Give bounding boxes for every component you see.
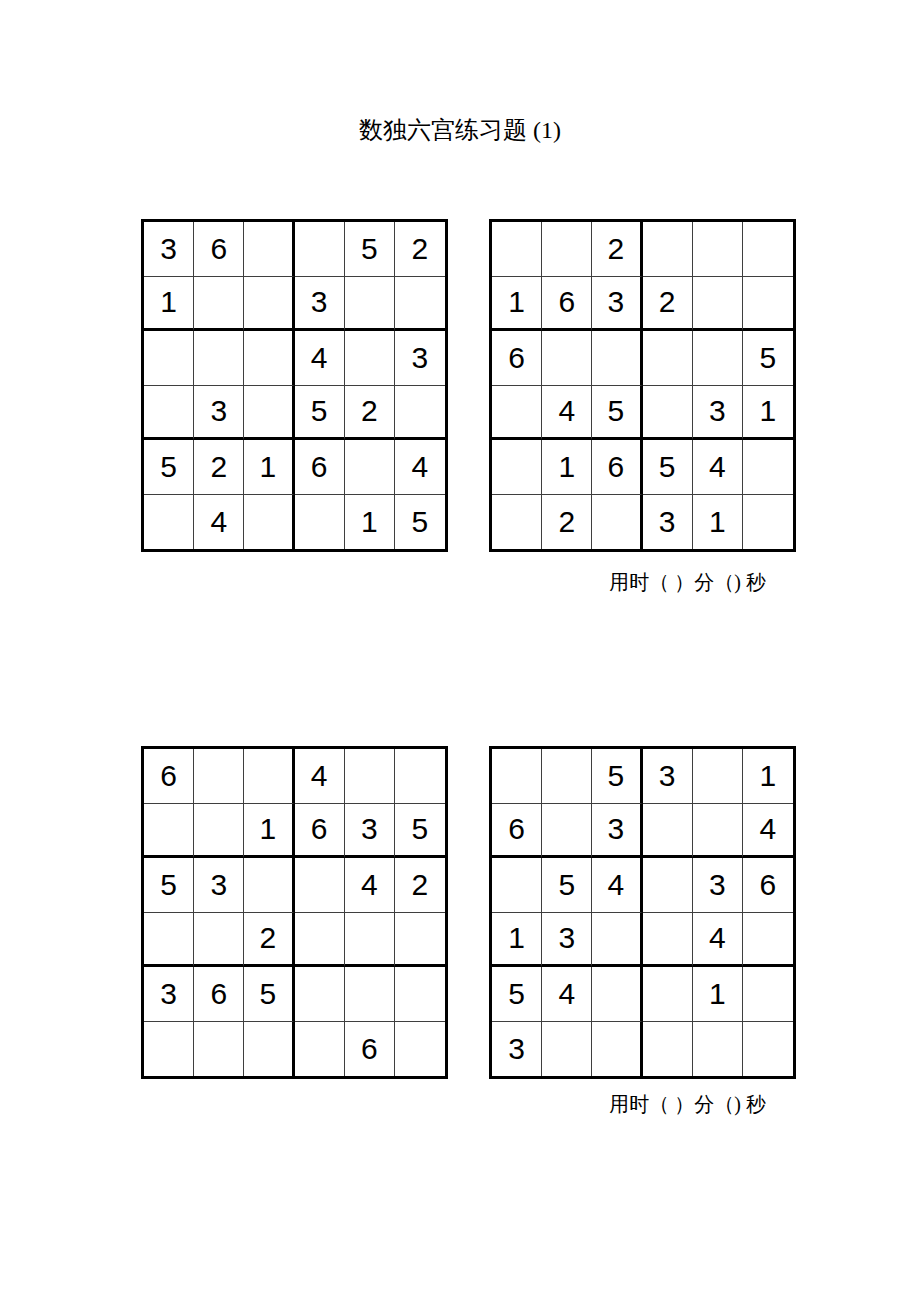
- sudoku-cell-r1c1[interactable]: [492, 749, 542, 804]
- sudoku-cell-r5c1: 3: [144, 967, 194, 1022]
- sudoku-cell-r3c6: 2: [395, 858, 445, 913]
- sudoku-cell-r1c6: 1: [743, 749, 793, 804]
- sudoku-cell-r3c4[interactable]: [295, 858, 345, 913]
- sudoku-cell-r1c5[interactable]: [345, 749, 395, 804]
- sudoku-cell-r4c6: 1: [743, 386, 793, 441]
- sudoku-cell-r2c6: 5: [395, 804, 445, 859]
- sudoku-cell-r5c5[interactable]: [345, 440, 395, 495]
- sudoku-cell-r1c2[interactable]: [542, 222, 592, 277]
- sudoku-cell-r6c1[interactable]: [144, 495, 194, 550]
- sudoku-cell-r1c6: 2: [395, 222, 445, 277]
- sudoku-cell-r4c2: 4: [542, 386, 592, 441]
- sudoku-cell-r3c5: 4: [345, 858, 395, 913]
- sudoku-cell-r1c4[interactable]: [643, 222, 693, 277]
- sudoku-cell-r5c2: 6: [194, 967, 244, 1022]
- sudoku-cell-r1c3[interactable]: [244, 222, 294, 277]
- sudoku-cell-r3c2[interactable]: [542, 331, 592, 386]
- sudoku-cell-r2c5[interactable]: [693, 277, 743, 332]
- sudoku-cell-r1c3[interactable]: [244, 749, 294, 804]
- sudoku-cell-r2c2[interactable]: [542, 804, 592, 859]
- sudoku-cell-r4c6[interactable]: [395, 913, 445, 968]
- sudoku-cell-r3c2: 5: [542, 858, 592, 913]
- sudoku-cell-r2c4: 6: [295, 804, 345, 859]
- sudoku-grid-top-left: 3652134335252164415: [141, 219, 448, 552]
- worksheet-page: 数独六宫练习题 (1) 3652134335252164415 21632654…: [0, 0, 920, 1303]
- sudoku-cell-r6c1[interactable]: [492, 495, 542, 550]
- sudoku-cell-r6c2[interactable]: [194, 1022, 244, 1077]
- sudoku-cell-r4c4[interactable]: [643, 913, 693, 968]
- sudoku-cell-r2c3: 3: [592, 277, 642, 332]
- sudoku-cell-r4c3[interactable]: [244, 386, 294, 441]
- sudoku-cell-r4c3: 5: [592, 386, 642, 441]
- sudoku-cell-r1c4: 4: [295, 749, 345, 804]
- sudoku-cell-r1c6[interactable]: [743, 222, 793, 277]
- sudoku-cell-r4c6[interactable]: [743, 913, 793, 968]
- sudoku-cell-r2c5: 3: [345, 804, 395, 859]
- sudoku-cell-r2c4[interactable]: [643, 804, 693, 859]
- sudoku-cell-r3c6: 5: [743, 331, 793, 386]
- sudoku-cell-r6c5[interactable]: [693, 1022, 743, 1077]
- sudoku-cell-r5c3: 6: [592, 440, 642, 495]
- sudoku-cell-r6c6[interactable]: [743, 495, 793, 550]
- sudoku-cell-r3c1: 5: [144, 858, 194, 913]
- sudoku-cell-r2c4: 3: [295, 277, 345, 332]
- sudoku-cell-r6c4[interactable]: [643, 1022, 693, 1077]
- sudoku-cell-r3c6: 3: [395, 331, 445, 386]
- sudoku-cell-r6c3[interactable]: [244, 495, 294, 550]
- sudoku-cell-r5c6[interactable]: [395, 967, 445, 1022]
- sudoku-cell-r5c6[interactable]: [743, 967, 793, 1022]
- sudoku-cell-r4c5[interactable]: [345, 913, 395, 968]
- sudoku-cell-r1c2[interactable]: [194, 749, 244, 804]
- sudoku-cell-r5c5: 1: [693, 967, 743, 1022]
- sudoku-cell-r4c4[interactable]: [295, 913, 345, 968]
- sudoku-cell-r6c4[interactable]: [295, 495, 345, 550]
- sudoku-cell-r5c2: 2: [194, 440, 244, 495]
- sudoku-cell-r6c5: 6: [345, 1022, 395, 1077]
- sudoku-cell-r6c5: 1: [345, 495, 395, 550]
- sudoku-cell-r6c2[interactable]: [542, 1022, 592, 1077]
- sudoku-cell-r5c2: 1: [542, 440, 592, 495]
- sudoku-grid-top-right: 216326545311654231: [489, 219, 796, 552]
- sudoku-cell-r1c3: 5: [592, 749, 642, 804]
- sudoku-cell-r2c2[interactable]: [194, 277, 244, 332]
- sudoku-cell-r2c6[interactable]: [395, 277, 445, 332]
- sudoku-cell-r4c6[interactable]: [395, 386, 445, 441]
- sudoku-cell-r6c2: 2: [542, 495, 592, 550]
- sudoku-cell-r4c3: 2: [244, 913, 294, 968]
- sudoku-cell-r3c4: 4: [295, 331, 345, 386]
- sudoku-cell-r4c5: 2: [345, 386, 395, 441]
- sudoku-cell-r4c1[interactable]: [144, 913, 194, 968]
- sudoku-cell-r1c5: 5: [345, 222, 395, 277]
- sudoku-cell-r5c4: 5: [643, 440, 693, 495]
- sudoku-cell-r5c3: 5: [244, 967, 294, 1022]
- sudoku-cell-r3c4[interactable]: [643, 331, 693, 386]
- sudoku-cell-r2c2: 6: [542, 277, 592, 332]
- timer-label-bottom: 用时（ ）分（) 秒: [489, 1091, 796, 1117]
- sudoku-cell-r2c1: 1: [144, 277, 194, 332]
- sudoku-cell-r5c5: 4: [693, 440, 743, 495]
- sudoku-cell-r5c4: 6: [295, 440, 345, 495]
- sudoku-cell-r2c3: 3: [592, 804, 642, 859]
- page-title: 数独六宫练习题 (1): [0, 115, 920, 145]
- sudoku-cell-r2c3: 1: [244, 804, 294, 859]
- sudoku-cell-r5c5[interactable]: [345, 967, 395, 1022]
- sudoku-cell-r2c6: 4: [743, 804, 793, 859]
- sudoku-cell-r2c2[interactable]: [194, 804, 244, 859]
- sudoku-cell-r4c2: 3: [194, 386, 244, 441]
- sudoku-cell-r2c3[interactable]: [244, 277, 294, 332]
- sudoku-cell-r6c6[interactable]: [743, 1022, 793, 1077]
- sudoku-cell-r4c1: 1: [492, 913, 542, 968]
- sudoku-cell-r3c2: 3: [194, 858, 244, 913]
- sudoku-cell-r6c3[interactable]: [592, 495, 642, 550]
- sudoku-cell-r3c5: 3: [693, 858, 743, 913]
- sudoku-cell-r3c1[interactable]: [492, 858, 542, 913]
- timer-label-top: 用时（ ）分（) 秒: [489, 569, 796, 595]
- sudoku-cell-r6c4[interactable]: [295, 1022, 345, 1077]
- sudoku-cell-r4c5: 3: [693, 386, 743, 441]
- sudoku-cell-r5c2: 4: [542, 967, 592, 1022]
- sudoku-cell-r2c5[interactable]: [693, 804, 743, 859]
- sudoku-cell-r3c2[interactable]: [194, 331, 244, 386]
- sudoku-cell-r5c3: 1: [244, 440, 294, 495]
- sudoku-cell-r3c3[interactable]: [244, 331, 294, 386]
- sudoku-cell-r4c2: 3: [542, 913, 592, 968]
- sudoku-cell-r1c4[interactable]: [295, 222, 345, 277]
- sudoku-cell-r1c2: 6: [194, 222, 244, 277]
- sudoku-cell-r6c3[interactable]: [592, 1022, 642, 1077]
- sudoku-cell-r5c6: 4: [395, 440, 445, 495]
- sudoku-cell-r6c1[interactable]: [144, 1022, 194, 1077]
- sudoku-cell-r5c1: 5: [144, 440, 194, 495]
- sudoku-cell-r4c5: 4: [693, 913, 743, 968]
- sudoku-cell-r5c4[interactable]: [643, 967, 693, 1022]
- sudoku-cell-r3c3[interactable]: [244, 858, 294, 913]
- sudoku-cell-r6c6[interactable]: [395, 1022, 445, 1077]
- sudoku-cell-r3c3: 4: [592, 858, 642, 913]
- sudoku-cell-r2c1: 6: [492, 804, 542, 859]
- sudoku-cell-r5c1[interactable]: [492, 440, 542, 495]
- sudoku-cell-r2c1[interactable]: [144, 804, 194, 859]
- sudoku-cell-r4c3[interactable]: [592, 913, 642, 968]
- sudoku-cell-r3c6: 6: [743, 858, 793, 913]
- sudoku-cell-r2c4: 2: [643, 277, 693, 332]
- sudoku-cell-r4c1[interactable]: [492, 386, 542, 441]
- sudoku-cell-r4c2[interactable]: [194, 913, 244, 968]
- sudoku-cell-r1c2[interactable]: [542, 749, 592, 804]
- sudoku-cell-r5c4[interactable]: [295, 967, 345, 1022]
- sudoku-cell-r5c3[interactable]: [592, 967, 642, 1022]
- sudoku-cell-r6c4: 3: [643, 495, 693, 550]
- sudoku-cell-r3c1: 6: [492, 331, 542, 386]
- sudoku-cell-r2c6[interactable]: [743, 277, 793, 332]
- sudoku-cell-r3c4[interactable]: [643, 858, 693, 913]
- sudoku-cell-r3c1[interactable]: [144, 331, 194, 386]
- sudoku-cell-r6c5: 1: [693, 495, 743, 550]
- sudoku-cell-r1c5[interactable]: [693, 749, 743, 804]
- sudoku-cell-r1c1: 3: [144, 222, 194, 277]
- sudoku-cell-r3c5[interactable]: [693, 331, 743, 386]
- sudoku-cell-r4c1[interactable]: [144, 386, 194, 441]
- sudoku-grid-bottom-right: 53163454361345413: [489, 746, 796, 1079]
- sudoku-cell-r6c3[interactable]: [244, 1022, 294, 1077]
- sudoku-cell-r4c4[interactable]: [643, 386, 693, 441]
- sudoku-cell-r5c6[interactable]: [743, 440, 793, 495]
- sudoku-cell-r6c6: 5: [395, 495, 445, 550]
- sudoku-cell-r1c1: 6: [144, 749, 194, 804]
- sudoku-cell-r1c5[interactable]: [693, 222, 743, 277]
- sudoku-cell-r2c5[interactable]: [345, 277, 395, 332]
- sudoku-cell-r6c2: 4: [194, 495, 244, 550]
- sudoku-cell-r1c3: 2: [592, 222, 642, 277]
- sudoku-cell-r6c1: 3: [492, 1022, 542, 1077]
- sudoku-cell-r1c1[interactable]: [492, 222, 542, 277]
- sudoku-cell-r3c5[interactable]: [345, 331, 395, 386]
- sudoku-cell-r4c4: 5: [295, 386, 345, 441]
- sudoku-cell-r3c3[interactable]: [592, 331, 642, 386]
- sudoku-cell-r1c4: 3: [643, 749, 693, 804]
- sudoku-cell-r2c1: 1: [492, 277, 542, 332]
- sudoku-cell-r1c6[interactable]: [395, 749, 445, 804]
- sudoku-grid-bottom-left: 641635534223656: [141, 746, 448, 1079]
- sudoku-cell-r5c1: 5: [492, 967, 542, 1022]
